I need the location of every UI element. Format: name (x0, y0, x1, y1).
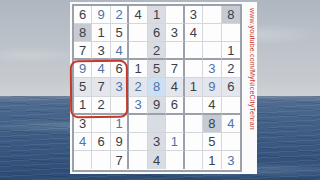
cell-r1c7[interactable]: 3 (185, 6, 203, 24)
cell-r3c6[interactable] (166, 42, 184, 60)
cell-r9c1[interactable] (74, 151, 92, 169)
cell-r1c9[interactable]: 8 (222, 6, 240, 24)
cell-r3c9[interactable]: 1 (222, 42, 240, 60)
cell-r9c4[interactable] (129, 151, 147, 169)
cell-r5c9[interactable]: 6 (222, 78, 240, 96)
cell-r1c6[interactable] (166, 6, 184, 24)
cell-r9c5[interactable]: 4 (148, 151, 166, 169)
cell-r6c2[interactable]: 2 (92, 97, 110, 115)
cell-r2c7[interactable]: 4 (185, 24, 203, 42)
cell-r9c7[interactable] (185, 151, 203, 169)
cell-r4c5[interactable]: 5 (148, 60, 166, 78)
cell-r9c3[interactable]: 7 (111, 151, 129, 169)
cell-r5c5[interactable]: 8 (148, 78, 166, 96)
cell-r7c4[interactable] (129, 115, 147, 133)
cell-r7c5[interactable] (148, 115, 166, 133)
cell-r4c4[interactable]: 1 (129, 60, 147, 78)
cell-r7c2[interactable] (92, 115, 110, 133)
cell-r7c8[interactable]: 8 (203, 115, 221, 133)
cell-r6c8[interactable]: 4 (203, 97, 221, 115)
cell-r7c6[interactable] (166, 115, 184, 133)
sudoku-panel: 6924138815634734219461573257328419612396… (70, 2, 257, 174)
cell-r1c8[interactable] (203, 6, 221, 24)
cell-r5c2[interactable]: 7 (92, 78, 110, 96)
screenshot-root: 6924138815634734219461573257328419612396… (0, 0, 320, 180)
cell-r3c4[interactable] (129, 42, 147, 60)
cell-r3c8[interactable] (203, 42, 221, 60)
cell-r2c2[interactable]: 1 (92, 24, 110, 42)
cell-r5c3[interactable]: 3 (111, 78, 129, 96)
cell-r2c6[interactable]: 3 (166, 24, 184, 42)
cell-r6c1[interactable]: 1 (74, 97, 92, 115)
cell-r8c6[interactable]: 1 (166, 133, 184, 151)
cell-r8c8[interactable]: 5 (203, 133, 221, 151)
cell-r8c5[interactable]: 3 (148, 133, 166, 151)
cell-r7c3[interactable]: 1 (111, 115, 129, 133)
cell-r7c7[interactable] (185, 115, 203, 133)
cell-r9c8[interactable]: 1 (203, 151, 221, 169)
cell-r1c1[interactable]: 6 (74, 6, 92, 24)
cell-r8c4[interactable] (129, 133, 147, 151)
cell-r2c1[interactable]: 8 (74, 24, 92, 42)
cell-r4c8[interactable]: 3 (203, 60, 221, 78)
cell-r3c2[interactable]: 3 (92, 42, 110, 60)
cell-r5c4[interactable]: 2 (129, 78, 147, 96)
cell-r6c3[interactable] (111, 97, 129, 115)
cell-r2c8[interactable] (203, 24, 221, 42)
cell-r4c9[interactable]: 2 (222, 60, 240, 78)
cell-r4c7[interactable] (185, 60, 203, 78)
cell-r9c2[interactable] (92, 151, 110, 169)
cell-r1c5[interactable]: 1 (148, 6, 166, 24)
cell-r3c3[interactable]: 4 (111, 42, 129, 60)
cell-r9c6[interactable] (166, 151, 184, 169)
cell-r1c2[interactable]: 9 (92, 6, 110, 24)
sudoku-board[interactable]: 6924138815634734219461573257328419612396… (72, 4, 242, 172)
cell-r2c4[interactable] (129, 24, 147, 42)
cell-r8c3[interactable]: 9 (111, 133, 129, 151)
cell-r5c1[interactable]: 5 (74, 78, 92, 96)
cell-r7c1[interactable]: 3 (74, 115, 92, 133)
cell-r9c9[interactable]: 3 (222, 151, 240, 169)
cell-r7c9[interactable]: 4 (222, 115, 240, 133)
cell-r5c6[interactable]: 4 (166, 78, 184, 96)
cell-r3c5[interactable]: 2 (148, 42, 166, 60)
cell-r6c7[interactable] (185, 97, 203, 115)
watermark-text: www.youtube.com/MyNiceCityTehran (243, 8, 256, 168)
cell-r1c4[interactable]: 4 (129, 6, 147, 24)
cell-r2c5[interactable]: 6 (148, 24, 166, 42)
cell-r3c1[interactable]: 7 (74, 42, 92, 60)
cell-r5c8[interactable]: 9 (203, 78, 221, 96)
cell-r8c2[interactable]: 6 (92, 133, 110, 151)
cell-r4c2[interactable]: 4 (92, 60, 110, 78)
cell-r3c7[interactable] (185, 42, 203, 60)
cell-r2c3[interactable]: 5 (111, 24, 129, 42)
cell-r6c5[interactable]: 9 (148, 97, 166, 115)
cell-r6c4[interactable]: 3 (129, 97, 147, 115)
cell-r1c3[interactable]: 2 (111, 6, 129, 24)
cell-r6c9[interactable] (222, 97, 240, 115)
cell-r8c1[interactable]: 4 (74, 133, 92, 151)
cell-r4c1[interactable]: 9 (74, 60, 92, 78)
cell-r4c3[interactable]: 6 (111, 60, 129, 78)
cell-r8c7[interactable] (185, 133, 203, 151)
cell-r2c9[interactable] (222, 24, 240, 42)
cell-r4c6[interactable]: 7 (166, 60, 184, 78)
cell-r8c9[interactable] (222, 133, 240, 151)
cell-r6c6[interactable]: 6 (166, 97, 184, 115)
cell-r5c7[interactable]: 1 (185, 78, 203, 96)
